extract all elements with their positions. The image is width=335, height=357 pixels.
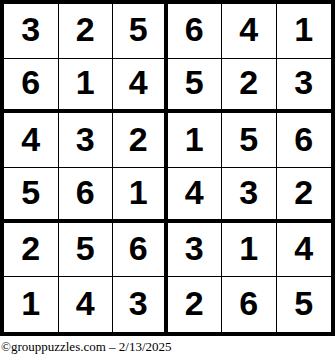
sudoku-cell-r3c3: 2 bbox=[113, 113, 168, 168]
sudoku-cell-r1c1: 3 bbox=[4, 4, 59, 59]
sudoku-cell-r6c3: 3 bbox=[113, 277, 168, 332]
sudoku-cell-r4c2: 6 bbox=[59, 168, 114, 223]
sudoku-cell-r6c2: 4 bbox=[59, 277, 114, 332]
sudoku-cell-r1c6: 1 bbox=[277, 4, 332, 59]
sudoku-cell-r3c2: 3 bbox=[59, 113, 114, 168]
sudoku-cell-r4c4: 4 bbox=[168, 168, 223, 223]
sudoku-cell-r6c4: 2 bbox=[168, 277, 223, 332]
sudoku-cell-r3c4: 1 bbox=[168, 113, 223, 168]
sudoku-cell-r2c2: 1 bbox=[59, 59, 114, 114]
sudoku-cell-r2c5: 2 bbox=[222, 59, 277, 114]
sudoku-cell-r2c3: 4 bbox=[113, 59, 168, 114]
sudoku-cell-r1c4: 6 bbox=[168, 4, 223, 59]
sudoku-grid: 325641614523432156561432256314143265 bbox=[0, 0, 335, 336]
sudoku-cell-r1c3: 5 bbox=[113, 4, 168, 59]
sudoku-cell-r1c2: 2 bbox=[59, 4, 114, 59]
sudoku-cell-r3c1: 4 bbox=[4, 113, 59, 168]
sudoku-cell-r2c1: 6 bbox=[4, 59, 59, 114]
sudoku-cell-r2c6: 3 bbox=[277, 59, 332, 114]
sudoku-cell-r5c2: 5 bbox=[59, 223, 114, 278]
copyright-text: ©grouppuzzles.com – 2/13/2025 bbox=[0, 336, 335, 357]
sudoku-cell-r3c6: 6 bbox=[277, 113, 332, 168]
sudoku-cell-r6c5: 6 bbox=[222, 277, 277, 332]
sudoku-cell-r5c4: 3 bbox=[168, 223, 223, 278]
sudoku-cell-r6c1: 1 bbox=[4, 277, 59, 332]
sudoku-cell-r5c6: 4 bbox=[277, 223, 332, 278]
sudoku-cell-r1c5: 4 bbox=[222, 4, 277, 59]
puzzle-page: 325641614523432156561432256314143265 ©gr… bbox=[0, 0, 335, 357]
sudoku-cell-r6c6: 5 bbox=[277, 277, 332, 332]
sudoku-cell-r4c3: 1 bbox=[113, 168, 168, 223]
sudoku-cell-r4c6: 2 bbox=[277, 168, 332, 223]
sudoku-cell-r4c1: 5 bbox=[4, 168, 59, 223]
sudoku-cell-r3c5: 5 bbox=[222, 113, 277, 168]
sudoku-cell-r4c5: 3 bbox=[222, 168, 277, 223]
sudoku-cell-r5c1: 2 bbox=[4, 223, 59, 278]
sudoku-cell-r5c3: 6 bbox=[113, 223, 168, 278]
sudoku-cell-r2c4: 5 bbox=[168, 59, 223, 114]
sudoku-cell-r5c5: 1 bbox=[222, 223, 277, 278]
